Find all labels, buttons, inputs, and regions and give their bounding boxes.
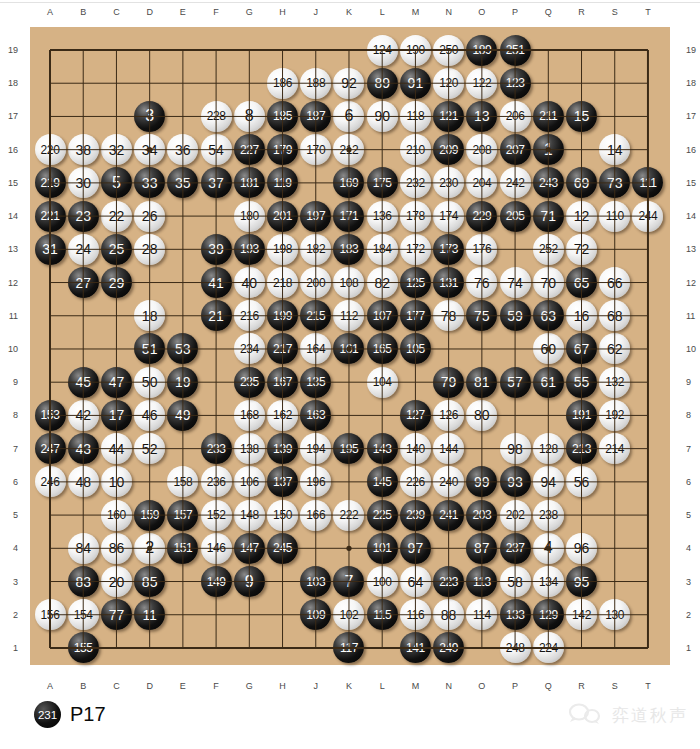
left-row-label: 3 — [1, 577, 18, 587]
right-row-label: 8 — [686, 410, 700, 420]
left-row-label: 1 — [1, 643, 18, 653]
last-move-coordinate: P17 — [70, 703, 106, 726]
go-diagram-page: 1234567891011121314151617181920212223242… — [0, 0, 700, 749]
star-point — [346, 147, 351, 152]
bottom-column-label: F — [207, 681, 225, 691]
left-row-label: 9 — [1, 377, 18, 387]
top-column-label: A — [41, 7, 59, 17]
watermark-text: 弈道秋声 — [612, 704, 688, 727]
left-row-label: 18 — [1, 78, 18, 88]
left-row-label: 16 — [1, 145, 18, 155]
star-point — [346, 346, 351, 351]
bottom-column-label: B — [74, 681, 92, 691]
star-point — [546, 546, 551, 551]
left-row-label: 10 — [1, 344, 18, 354]
star-point — [346, 546, 351, 551]
bottom-column-label: P — [506, 681, 524, 691]
top-column-label: O — [473, 7, 491, 17]
right-row-label: 4 — [686, 543, 700, 553]
right-row-label: 11 — [686, 311, 700, 321]
top-column-label: C — [107, 7, 125, 17]
right-row-label: 2 — [686, 610, 700, 620]
bottom-column-label: D — [141, 681, 159, 691]
bottom-column-label: H — [274, 681, 292, 691]
left-row-label: 19 — [1, 45, 18, 55]
bottom-column-label: T — [639, 681, 657, 691]
left-row-label: 14 — [1, 211, 18, 221]
bottom-column-label: R — [573, 681, 591, 691]
top-column-label: D — [141, 7, 159, 17]
right-row-label: 17 — [686, 111, 700, 121]
top-column-label: F — [207, 7, 225, 17]
top-column-label: Q — [539, 7, 557, 17]
right-row-label: 3 — [686, 577, 700, 587]
bottom-column-label: N — [440, 681, 458, 691]
left-row-label: 11 — [1, 311, 18, 321]
left-row-label: 8 — [1, 410, 18, 420]
right-row-label: 7 — [686, 444, 700, 454]
left-row-label: 4 — [1, 543, 18, 553]
left-row-label: 17 — [1, 111, 18, 121]
left-row-label: 5 — [1, 510, 18, 520]
right-row-label: 15 — [686, 178, 700, 188]
top-column-label: J — [307, 7, 325, 17]
right-row-label: 5 — [686, 510, 700, 520]
top-column-label: P — [506, 7, 524, 17]
right-row-label: 6 — [686, 477, 700, 487]
left-row-label: 2 — [1, 610, 18, 620]
right-row-label: 13 — [686, 244, 700, 254]
right-row-label: 19 — [686, 45, 700, 55]
board-grid — [0, 0, 700, 749]
bottom-column-label: O — [473, 681, 491, 691]
right-row-label: 16 — [686, 145, 700, 155]
speech-bubbles-icon — [566, 702, 606, 728]
status-bar: 231 P17 — [34, 701, 106, 728]
bottom-column-label: L — [373, 681, 391, 691]
left-row-label: 13 — [1, 244, 18, 254]
right-row-label: 12 — [686, 278, 700, 288]
top-column-label: L — [373, 7, 391, 17]
watermark: 弈道秋声 — [566, 702, 688, 728]
top-column-label: K — [340, 7, 358, 17]
right-row-label: 14 — [686, 211, 700, 221]
right-row-label: 18 — [686, 78, 700, 88]
top-column-label: S — [606, 7, 624, 17]
top-column-label: R — [573, 7, 591, 17]
last-move-number: 231 — [38, 709, 57, 721]
bottom-column-label: M — [406, 681, 424, 691]
bottom-column-label: A — [41, 681, 59, 691]
top-column-label: H — [274, 7, 292, 17]
star-point — [546, 346, 551, 351]
top-column-label: G — [240, 7, 258, 17]
top-column-label: M — [406, 7, 424, 17]
bottom-column-label: J — [307, 681, 325, 691]
bottom-column-label: S — [606, 681, 624, 691]
last-move-stone-badge: 231 — [34, 701, 61, 728]
bottom-column-label: E — [174, 681, 192, 691]
bottom-column-label: K — [340, 681, 358, 691]
top-column-label: T — [639, 7, 657, 17]
top-column-label: E — [174, 7, 192, 17]
left-row-label: 15 — [1, 178, 18, 188]
star-point — [147, 346, 152, 351]
right-row-label: 10 — [686, 344, 700, 354]
right-row-label: 1 — [686, 643, 700, 653]
bottom-column-label: Q — [539, 681, 557, 691]
left-row-label: 12 — [1, 278, 18, 288]
bottom-column-label: G — [240, 681, 258, 691]
star-point — [546, 147, 551, 152]
left-row-label: 7 — [1, 444, 18, 454]
star-point — [147, 546, 152, 551]
top-column-label: B — [74, 7, 92, 17]
star-point — [147, 147, 152, 152]
right-row-label: 9 — [686, 377, 700, 387]
bottom-column-label: C — [107, 681, 125, 691]
left-row-label: 6 — [1, 477, 18, 487]
top-column-label: N — [440, 7, 458, 17]
